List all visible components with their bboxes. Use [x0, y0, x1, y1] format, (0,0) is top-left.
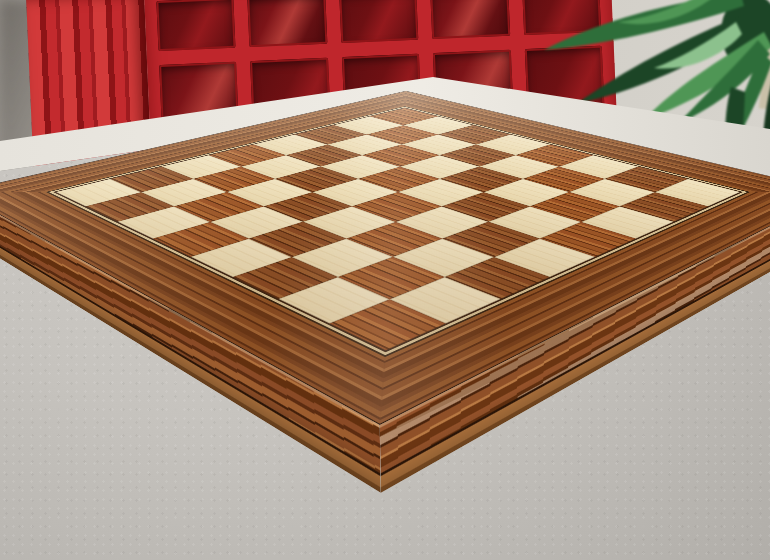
- square-b5: [210, 206, 303, 238]
- square-f2: [530, 192, 619, 222]
- board-top-face: [0, 91, 770, 425]
- square-a4: [191, 239, 292, 277]
- square-e1: [539, 222, 636, 257]
- square-c3: [346, 222, 443, 257]
- square-b2: [338, 257, 444, 299]
- square-c4: [303, 206, 396, 238]
- square-a6: [118, 206, 211, 238]
- square-d2: [443, 222, 540, 257]
- square-f1: [581, 206, 674, 238]
- square-d1: [494, 239, 595, 277]
- square-e3: [441, 192, 530, 222]
- square-a5: [153, 222, 250, 257]
- square-b3: [292, 239, 393, 277]
- square-d4: [352, 192, 441, 222]
- square-b1: [390, 277, 501, 323]
- square-a3: [232, 257, 338, 299]
- square-e2: [488, 206, 581, 238]
- square-b4: [249, 222, 346, 257]
- scene: [0, 0, 770, 560]
- square-a7: [85, 192, 174, 222]
- chess-board: [0, 91, 770, 425]
- square-c2: [393, 239, 494, 277]
- square-a2: [278, 277, 389, 323]
- square-c5: [263, 192, 352, 222]
- square-a1: [329, 299, 446, 350]
- square-g1: [619, 192, 708, 222]
- square-c1: [444, 257, 550, 299]
- board-scene: [87, 0, 709, 503]
- square-b6: [174, 192, 263, 222]
- square-d3: [396, 206, 489, 238]
